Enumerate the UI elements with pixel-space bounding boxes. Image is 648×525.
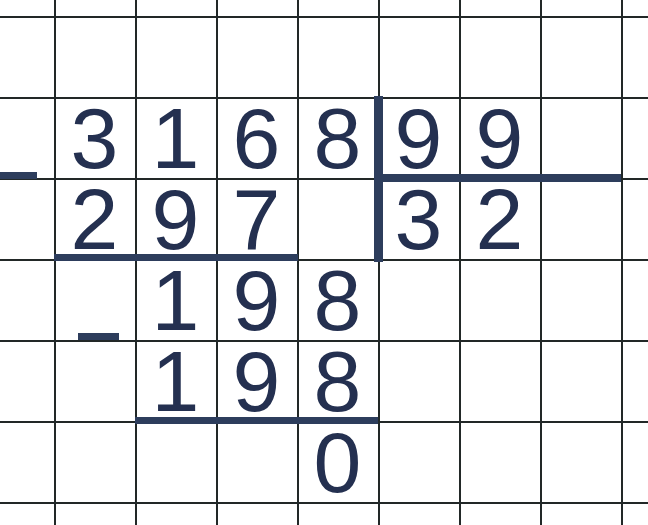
subtrahend-1-digit: 7 [216, 178, 297, 259]
dividend-digit: 6 [216, 97, 297, 178]
divisor-digit: 9 [459, 97, 540, 178]
long-division-board: 316899297321981980 [0, 0, 648, 525]
dividend-digit: 8 [297, 97, 378, 178]
subtrahend-2-digit: 8 [297, 340, 378, 421]
partial-remainder-digit: 8 [297, 259, 378, 340]
division-bracket-horizontal [374, 174, 621, 182]
dividend-digit: 1 [135, 97, 216, 178]
subtrahend-1-underline [54, 254, 298, 261]
divisor-digit: 9 [378, 97, 459, 178]
minus-sign-1 [0, 172, 37, 179]
subtrahend-1-digit: 2 [54, 178, 135, 259]
subtrahend-2-digit: 9 [216, 340, 297, 421]
quotient-digit: 3 [378, 178, 459, 259]
partial-remainder-digit: 9 [216, 259, 297, 340]
subtrahend-2-digit: 1 [135, 340, 216, 421]
quotient-digit: 2 [459, 178, 540, 259]
dividend-digit: 3 [54, 97, 135, 178]
minus-sign-2 [78, 333, 119, 340]
partial-remainder-digit: 1 [135, 259, 216, 340]
subtrahend-2-underline [135, 417, 378, 424]
final-remainder-digit: 0 [297, 421, 378, 502]
subtrahend-1-digit: 9 [135, 178, 216, 259]
